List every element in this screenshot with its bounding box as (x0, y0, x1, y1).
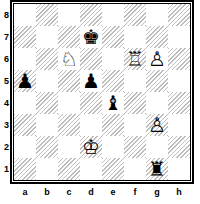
rank-label-4: 4 (0, 92, 10, 114)
board-row: 87654321 ♚♘♖♙♟♟♝♙♔♜ (0, 0, 200, 184)
board-frame: ♚♘♖♙♟♟♝♙♔♜ (10, 0, 194, 184)
file-label-e: e (102, 187, 124, 197)
square-e1[interactable] (102, 158, 124, 180)
square-f7[interactable] (124, 26, 146, 48)
black-rook-piece: ♜ (148, 158, 166, 180)
square-g2[interactable] (146, 136, 168, 158)
rank-labels: 87654321 (0, 0, 10, 180)
square-e4[interactable]: ♝ (102, 92, 124, 114)
square-d7[interactable]: ♚ (80, 26, 102, 48)
rank-label-7: 7 (0, 26, 10, 48)
square-c3[interactable] (58, 114, 80, 136)
black-pawn-piece: ♟ (16, 70, 34, 92)
square-d3[interactable] (80, 114, 102, 136)
square-h3[interactable] (168, 114, 190, 136)
square-f6[interactable]: ♖ (124, 48, 146, 70)
square-g8[interactable] (146, 4, 168, 26)
square-e2[interactable] (102, 136, 124, 158)
square-g5[interactable] (146, 70, 168, 92)
square-d6[interactable] (80, 48, 102, 70)
square-f8[interactable] (124, 4, 146, 26)
square-h4[interactable] (168, 92, 190, 114)
white-knight-piece: ♘ (60, 48, 78, 70)
file-label-a: a (14, 187, 36, 197)
square-b7[interactable] (36, 26, 58, 48)
square-c8[interactable] (58, 4, 80, 26)
square-e7[interactable] (102, 26, 124, 48)
square-f3[interactable] (124, 114, 146, 136)
square-e5[interactable] (102, 70, 124, 92)
file-label-b: b (36, 187, 58, 197)
file-label-f: f (124, 187, 146, 197)
rank-label-5: 5 (0, 70, 10, 92)
square-b3[interactable] (36, 114, 58, 136)
square-g4[interactable] (146, 92, 168, 114)
square-e3[interactable] (102, 114, 124, 136)
square-f5[interactable] (124, 70, 146, 92)
square-h5[interactable] (168, 70, 190, 92)
square-g3[interactable]: ♙ (146, 114, 168, 136)
square-f2[interactable] (124, 136, 146, 158)
square-c4[interactable] (58, 92, 80, 114)
square-f1[interactable] (124, 158, 146, 180)
square-a1[interactable] (14, 158, 36, 180)
square-a5[interactable]: ♟ (14, 70, 36, 92)
chess-diagram: 87654321 ♚♘♖♙♟♟♝♙♔♜ abcdefgh (0, 0, 200, 204)
file-labels: abcdefgh (14, 184, 200, 200)
square-d4[interactable] (80, 92, 102, 114)
square-h8[interactable] (168, 4, 190, 26)
file-label-d: d (80, 187, 102, 197)
square-a3[interactable] (14, 114, 36, 136)
square-c7[interactable] (58, 26, 80, 48)
square-a7[interactable] (14, 26, 36, 48)
square-c2[interactable] (58, 136, 80, 158)
rank-label-6: 6 (0, 48, 10, 70)
square-a4[interactable] (14, 92, 36, 114)
square-b6[interactable] (36, 48, 58, 70)
square-d2[interactable]: ♔ (80, 136, 102, 158)
chess-board: ♚♘♖♙♟♟♝♙♔♜ (14, 4, 190, 180)
rank-label-1: 1 (0, 158, 10, 180)
rank-label-8: 8 (0, 4, 10, 26)
square-e6[interactable] (102, 48, 124, 70)
square-a2[interactable] (14, 136, 36, 158)
square-h6[interactable] (168, 48, 190, 70)
square-b5[interactable] (36, 70, 58, 92)
white-pawn-piece: ♙ (148, 48, 166, 70)
black-king-piece: ♚ (82, 26, 100, 48)
square-e8[interactable] (102, 4, 124, 26)
square-g1[interactable]: ♜ (146, 158, 168, 180)
file-label-g: g (146, 187, 168, 197)
square-c5[interactable] (58, 70, 80, 92)
square-h1[interactable] (168, 158, 190, 180)
black-pawn-piece: ♟ (82, 70, 100, 92)
file-label-h: h (168, 187, 190, 197)
square-d5[interactable]: ♟ (80, 70, 102, 92)
square-g7[interactable] (146, 26, 168, 48)
square-d1[interactable] (80, 158, 102, 180)
black-bishop-piece: ♝ (104, 92, 122, 114)
square-d8[interactable] (80, 4, 102, 26)
rank-label-2: 2 (0, 136, 10, 158)
square-c1[interactable] (58, 158, 80, 180)
square-f4[interactable] (124, 92, 146, 114)
square-h7[interactable] (168, 26, 190, 48)
white-king-piece: ♔ (82, 136, 100, 158)
square-b4[interactable] (36, 92, 58, 114)
square-a8[interactable] (14, 4, 36, 26)
square-a6[interactable] (14, 48, 36, 70)
file-label-c: c (58, 187, 80, 197)
square-b2[interactable] (36, 136, 58, 158)
board-inner-border: ♚♘♖♙♟♟♝♙♔♜ (13, 3, 191, 181)
square-g6[interactable]: ♙ (146, 48, 168, 70)
square-b8[interactable] (36, 4, 58, 26)
square-h2[interactable] (168, 136, 190, 158)
white-rook-piece: ♖ (126, 48, 144, 70)
white-pawn-piece: ♙ (148, 114, 166, 136)
square-b1[interactable] (36, 158, 58, 180)
rank-label-3: 3 (0, 114, 10, 136)
square-c6[interactable]: ♘ (58, 48, 80, 70)
